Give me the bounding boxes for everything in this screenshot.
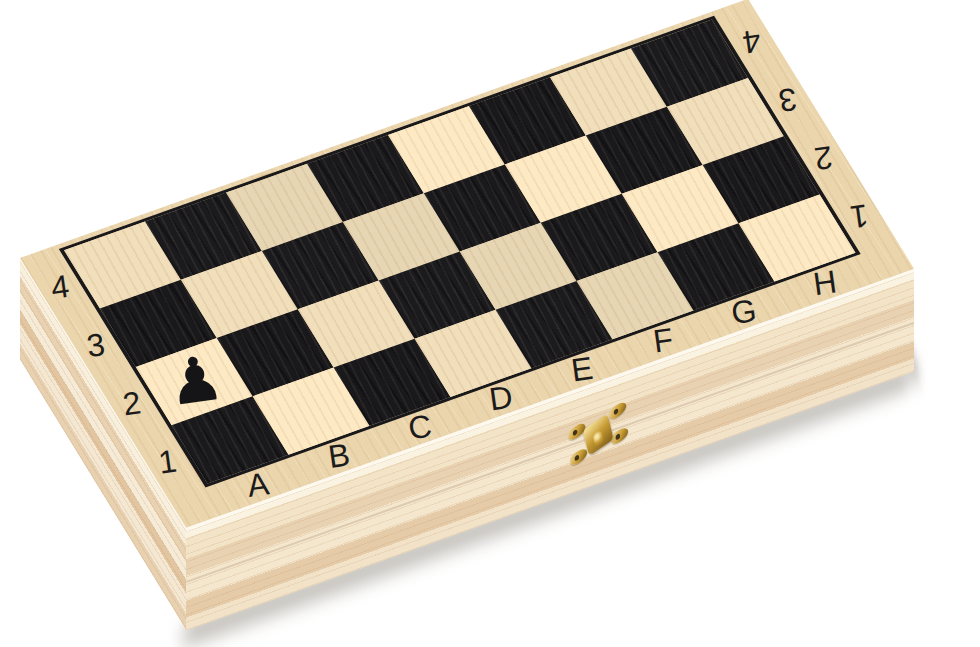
- rank-label-right-4-text: 4: [740, 21, 763, 60]
- clasp-screw-plate: [569, 446, 588, 467]
- file-label-d-text: D: [487, 378, 515, 418]
- rank-label-right-2-text: 2: [812, 138, 835, 177]
- file-label-g-text: G: [729, 292, 759, 332]
- file-label-c-text: C: [406, 407, 434, 447]
- rank-label-left-1-text: 1: [156, 443, 179, 482]
- product-photo-stage: ♟ 44332211ABCDEFGH: [0, 0, 980, 647]
- rank-label-left-3-text: 3: [85, 326, 108, 365]
- rank-label-right-3-text: 3: [776, 80, 799, 119]
- file-label-b-text: B: [326, 436, 352, 476]
- brass-clasp: [568, 400, 628, 471]
- clasp-screw-plate: [610, 425, 629, 446]
- rank-label-left-2-text: 2: [121, 384, 144, 423]
- rank-label-right-1-text: 1: [848, 196, 871, 235]
- printed-pawn-logo: ♟: [163, 346, 227, 415]
- file-label-e-text: E: [569, 350, 595, 390]
- file-label-a-text: A: [245, 465, 271, 505]
- clasp-screw-plate: [608, 400, 627, 422]
- rank-label-left-4-text: 4: [49, 268, 72, 307]
- file-label-h-text: H: [811, 263, 839, 303]
- file-label-f-text: F: [650, 321, 674, 360]
